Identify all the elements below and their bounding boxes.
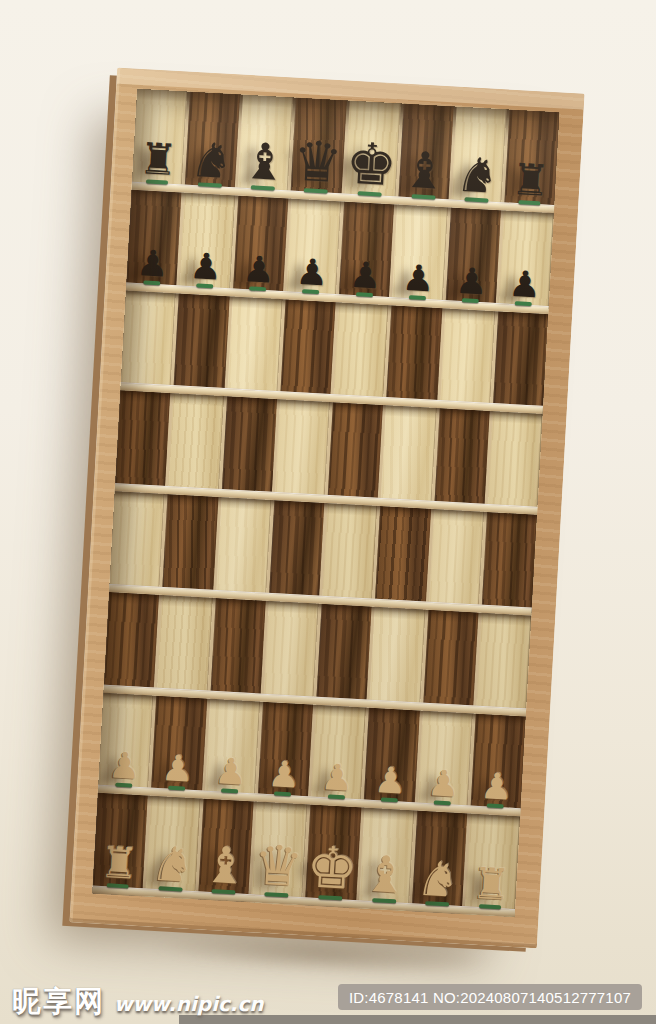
square-g8[interactable]: ♞ <box>451 107 507 210</box>
piece-black-bishop[interactable]: ♝ <box>401 144 449 199</box>
piece-white-pawn[interactable]: ♟ <box>320 759 354 800</box>
square-h5[interactable] <box>487 411 543 514</box>
black-pawn-glyph: ♟ <box>348 256 382 294</box>
piece-black-rook[interactable]: ♜ <box>138 137 179 185</box>
square-f1[interactable]: ♝ <box>358 808 414 911</box>
piece-black-king[interactable]: ♚ <box>344 134 398 197</box>
square-f4[interactable] <box>375 506 431 609</box>
watermark-site-name: 昵享网 <box>12 982 105 1022</box>
green-felt-base <box>196 283 213 288</box>
square-e3[interactable] <box>316 604 372 707</box>
piece-black-pawn[interactable]: ♟ <box>242 250 276 291</box>
square-e1[interactable]: ♚ <box>304 805 361 908</box>
black-pawn-glyph: ♟ <box>295 253 329 291</box>
piece-black-pawn[interactable]: ♟ <box>135 244 169 285</box>
black-pawn-glyph: ♟ <box>454 262 488 300</box>
green-felt-base <box>462 298 479 303</box>
square-d5[interactable] <box>274 399 330 502</box>
square-e8[interactable]: ♚ <box>344 101 401 204</box>
square-a2[interactable]: ♟ <box>98 692 154 795</box>
white-bishop-glyph: ♝ <box>362 849 410 901</box>
black-pawn-glyph: ♟ <box>242 250 276 288</box>
square-h4[interactable] <box>481 512 537 615</box>
piece-white-pawn[interactable]: ♟ <box>426 765 460 806</box>
watermark-id-badge: ID:4678141 NO:20240807140512777107 <box>338 984 642 1010</box>
square-b8[interactable]: ♞ <box>185 92 241 195</box>
white-king-glyph: ♚ <box>305 838 359 898</box>
black-knight-glyph: ♞ <box>189 135 235 185</box>
piece-black-pawn[interactable]: ♟ <box>507 265 541 306</box>
black-pawn-glyph: ♟ <box>508 265 542 303</box>
square-h6[interactable] <box>492 311 548 414</box>
square-a8[interactable]: ♜ <box>132 89 188 192</box>
square-g4[interactable] <box>428 509 484 612</box>
piece-white-rook[interactable]: ♜ <box>98 841 139 889</box>
square-h7[interactable]: ♟ <box>498 210 554 313</box>
square-b2[interactable]: ♟ <box>151 695 207 798</box>
piece-white-queen[interactable]: ♛ <box>252 837 304 898</box>
square-d7[interactable]: ♟ <box>285 198 341 301</box>
watermark-site-url: www.nipic.cn <box>114 992 264 1016</box>
piece-white-bishop[interactable]: ♝ <box>361 849 409 904</box>
square-b7[interactable]: ♟ <box>179 192 235 295</box>
square-f2[interactable]: ♟ <box>364 707 420 810</box>
square-c7[interactable]: ♟ <box>232 195 288 298</box>
piece-white-king[interactable]: ♚ <box>305 838 359 901</box>
piece-white-knight[interactable]: ♞ <box>149 839 195 892</box>
piece-black-pawn[interactable]: ♟ <box>401 259 435 300</box>
white-knight-glyph: ♞ <box>415 854 461 904</box>
black-queen-glyph: ♛ <box>292 133 344 191</box>
white-pawn-glyph: ♟ <box>373 762 407 800</box>
square-f3[interactable] <box>369 607 425 710</box>
square-e4[interactable] <box>322 503 378 606</box>
black-rook-glyph: ♜ <box>138 137 179 182</box>
white-pawn-glyph: ♟ <box>267 756 301 794</box>
square-f6[interactable] <box>386 305 442 408</box>
piece-white-pawn[interactable]: ♟ <box>160 750 194 791</box>
piece-white-pawn[interactable]: ♟ <box>373 762 407 803</box>
square-g3[interactable] <box>422 610 478 713</box>
black-bishop-glyph: ♝ <box>401 144 449 196</box>
square-h8[interactable]: ♜ <box>504 110 560 213</box>
piece-black-pawn[interactable]: ♟ <box>454 262 488 303</box>
square-a5[interactable] <box>115 390 171 493</box>
square-b4[interactable] <box>162 494 218 597</box>
square-a3[interactable] <box>103 592 159 695</box>
square-a4[interactable] <box>109 491 165 594</box>
square-g1[interactable]: ♞ <box>411 811 467 914</box>
white-pawn-glyph: ♟ <box>320 759 354 797</box>
square-g5[interactable] <box>434 408 490 511</box>
piece-black-knight[interactable]: ♞ <box>189 135 235 188</box>
square-d6[interactable] <box>280 299 336 402</box>
green-felt-base <box>515 301 532 306</box>
photo-scene: ♜♞♝♛♚♝♞♜♟♟♟♟♟♟♟♟♟♟♟♟♟♟♟♟♜♞♝♛♚♝♞♜ 昵享网 www… <box>0 0 656 1024</box>
chess-board[interactable]: ♜♞♝♛♚♝♞♜♟♟♟♟♟♟♟♟♟♟♟♟♟♟♟♟♜♞♝♛♚♝♞♜ <box>92 89 559 917</box>
piece-white-knight[interactable]: ♞ <box>415 854 461 907</box>
square-e2[interactable]: ♟ <box>310 704 366 807</box>
piece-white-pawn[interactable]: ♟ <box>213 753 247 794</box>
square-d3[interactable] <box>263 601 319 704</box>
white-pawn-glyph: ♟ <box>479 768 513 806</box>
piece-white-pawn[interactable]: ♟ <box>479 768 513 809</box>
square-d8[interactable]: ♛ <box>291 98 347 201</box>
piece-white-bishop[interactable]: ♝ <box>201 840 249 895</box>
white-pawn-glyph: ♟ <box>107 747 141 785</box>
square-b6[interactable] <box>173 293 229 396</box>
white-rook-glyph: ♜ <box>471 862 512 907</box>
piece-white-pawn[interactable]: ♟ <box>267 756 301 797</box>
black-pawn-glyph: ♟ <box>401 259 435 297</box>
square-c5[interactable] <box>221 396 277 499</box>
square-c4[interactable] <box>215 497 271 600</box>
piece-black-queen[interactable]: ♛ <box>291 133 343 194</box>
piece-black-pawn[interactable]: ♟ <box>295 253 329 294</box>
piece-white-rook[interactable]: ♜ <box>471 862 512 910</box>
watermark-nipic: 昵享网 www.nipic.cn <box>12 982 264 1022</box>
white-rook-glyph: ♜ <box>98 841 139 886</box>
piece-black-pawn[interactable]: ♟ <box>188 247 222 288</box>
white-knight-glyph: ♞ <box>149 839 195 889</box>
piece-white-pawn[interactable]: ♟ <box>107 747 141 788</box>
square-h1[interactable]: ♜ <box>464 814 520 917</box>
square-a1[interactable]: ♜ <box>92 793 148 896</box>
square-h3[interactable] <box>476 612 532 715</box>
square-g6[interactable] <box>439 308 495 411</box>
square-e6[interactable] <box>333 302 389 405</box>
black-pawn-glyph: ♟ <box>135 244 169 282</box>
green-felt-base <box>274 792 291 797</box>
square-b1[interactable]: ♞ <box>145 796 201 899</box>
square-c3[interactable] <box>210 598 266 701</box>
white-queen-glyph: ♛ <box>252 837 304 895</box>
square-a6[interactable] <box>120 290 176 393</box>
piece-black-pawn[interactable]: ♟ <box>348 256 382 297</box>
white-bishop-glyph: ♝ <box>201 840 249 892</box>
square-e7[interactable]: ♟ <box>339 201 395 304</box>
board-frame: ♜♞♝♛♚♝♞♜♟♟♟♟♟♟♟♟♟♟♟♟♟♟♟♟♜♞♝♛♚♝♞♜ <box>70 68 585 949</box>
square-e5[interactable] <box>327 402 383 505</box>
piece-black-knight[interactable]: ♞ <box>455 149 501 202</box>
white-pawn-glyph: ♟ <box>426 765 460 803</box>
square-c2[interactable]: ♟ <box>204 698 260 801</box>
black-pawn-glyph: ♟ <box>189 247 223 285</box>
black-king-glyph: ♚ <box>344 134 398 194</box>
black-rook-glyph: ♜ <box>510 158 551 203</box>
square-g2[interactable]: ♟ <box>417 710 473 813</box>
square-c1[interactable]: ♝ <box>198 799 254 902</box>
black-knight-glyph: ♞ <box>455 149 501 199</box>
green-felt-base <box>249 286 266 291</box>
square-b5[interactable] <box>168 393 224 496</box>
square-c8[interactable]: ♝ <box>238 95 294 198</box>
green-felt-base <box>487 804 504 809</box>
white-pawn-glyph: ♟ <box>214 753 248 791</box>
square-a7[interactable]: ♟ <box>126 189 182 292</box>
square-d2[interactable]: ♟ <box>257 701 313 804</box>
square-d1[interactable]: ♛ <box>251 802 307 905</box>
square-h2[interactable]: ♟ <box>470 713 526 816</box>
piece-black-rook[interactable]: ♜ <box>510 158 551 206</box>
piece-black-bishop[interactable]: ♝ <box>241 135 289 190</box>
square-f8[interactable]: ♝ <box>398 104 454 207</box>
square-f7[interactable]: ♟ <box>392 204 448 307</box>
square-g7[interactable]: ♟ <box>445 207 501 310</box>
square-b3[interactable] <box>157 595 213 698</box>
square-c6[interactable] <box>227 296 283 399</box>
white-pawn-glyph: ♟ <box>160 750 194 788</box>
square-f5[interactable] <box>380 405 436 508</box>
vertical-chessboard: ♜♞♝♛♚♝♞♜♟♟♟♟♟♟♟♟♟♟♟♟♟♟♟♟♜♞♝♛♚♝♞♜ <box>70 68 585 949</box>
black-bishop-glyph: ♝ <box>241 135 289 187</box>
square-d4[interactable] <box>269 500 325 603</box>
